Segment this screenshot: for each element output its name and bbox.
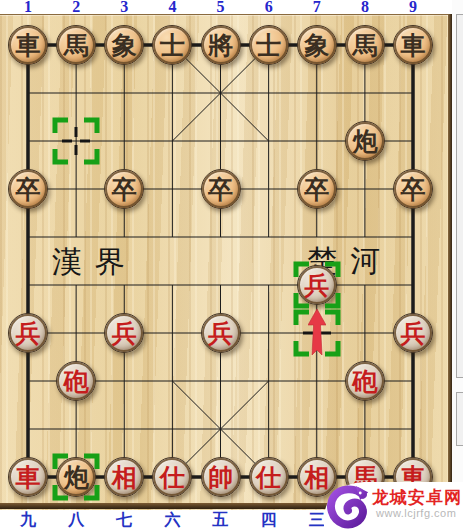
xiangqi-piece-red[interactable]: 帥: [201, 457, 241, 497]
xiangqi-piece-red[interactable]: 砲: [56, 361, 96, 401]
side-panel-groupbox-top: [456, 14, 463, 378]
watermark-site-url: www.lcjrfg.com: [376, 507, 456, 519]
move-source-marker: [52, 117, 100, 165]
move-dest-marker: [52, 453, 100, 501]
move-arrow: [308, 309, 326, 360]
xiangqi-piece-black[interactable]: 馬: [345, 25, 385, 65]
move-dest-marker: [293, 261, 341, 309]
xiangqi-piece-black[interactable]: 卒: [297, 169, 337, 209]
xiangqi-piece-black[interactable]: 車: [393, 25, 433, 65]
xiangqi-piece-black[interactable]: 卒: [393, 169, 433, 209]
xiangqi-piece-black[interactable]: 炮: [345, 121, 385, 161]
xiangqi-piece-red[interactable]: 仕: [249, 457, 289, 497]
xiangqi-app-screen: 漢界 楚河 車馬象士將士象馬車炮卒卒卒卒卒炮兵兵兵兵兵砲砲車相仕帥仕相馬車: [0, 0, 463, 531]
side-panel-edge: [452, 0, 463, 531]
xiangqi-piece-black[interactable]: 車: [8, 25, 48, 65]
xiangqi-piece-black[interactable]: 象: [297, 25, 337, 65]
dragon-logo-icon: [327, 484, 369, 530]
watermark-site-name: 龙城安卓网: [372, 486, 462, 509]
xiangqi-piece-red[interactable]: 兵: [8, 313, 48, 353]
xiangqi-piece-red[interactable]: 兵: [393, 313, 433, 353]
xiangqi-piece-black[interactable]: 象: [104, 25, 144, 65]
xiangqi-piece-black[interactable]: 卒: [8, 169, 48, 209]
xiangqi-piece-red[interactable]: 兵: [201, 313, 241, 353]
xiangqi-piece-black[interactable]: 士: [249, 25, 289, 65]
xiangqi-piece-black[interactable]: 卒: [201, 169, 241, 209]
xiangqi-piece-black[interactable]: 卒: [104, 169, 144, 209]
xiangqi-piece-red[interactable]: 相: [104, 457, 144, 497]
xiangqi-piece-red[interactable]: 砲: [345, 361, 385, 401]
xiangqi-piece-red[interactable]: 兵: [104, 313, 144, 353]
xiangqi-piece-black[interactable]: 將: [201, 25, 241, 65]
side-panel-groupbox-bottom: [456, 392, 463, 446]
xiangqi-piece-red[interactable]: 車: [8, 457, 48, 497]
watermark: 龙城安卓网 www.lcjrfg.com: [324, 482, 463, 531]
xiangqi-piece-black[interactable]: 馬: [56, 25, 96, 65]
river-label-hanjie: 漢界: [52, 242, 138, 283]
